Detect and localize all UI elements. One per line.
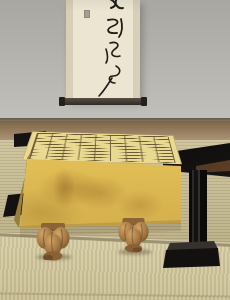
scroll-roller-knob-left — [59, 97, 65, 106]
right-stand-pedestal — [189, 170, 207, 246]
scroll-roller — [61, 98, 145, 105]
board-grid-9x9 — [28, 133, 175, 163]
photo-shogi-room — [0, 0, 230, 300]
scroll-roller-knob-right — [141, 97, 147, 106]
board-top-surface — [22, 132, 182, 165]
board-leg-left — [36, 223, 70, 261]
calligraphy-strokes — [66, 0, 140, 98]
board-leg-right — [117, 218, 150, 253]
